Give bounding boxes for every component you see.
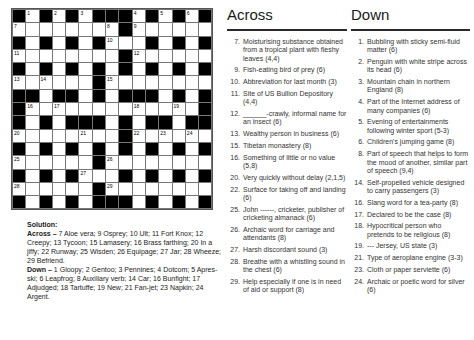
- clue-item-text: Breathe with a whistling sound in the ch…: [243, 258, 347, 275]
- black-cell: [40, 143, 52, 155]
- grid-cell[interactable]: 13: [13, 76, 25, 88]
- black-cell: [40, 116, 52, 128]
- black-cell: [146, 10, 158, 22]
- grid-cell[interactable]: 14: [40, 76, 52, 88]
- black-cell: [53, 90, 65, 102]
- grid-cell[interactable]: 27: [79, 170, 91, 182]
- black-cell: [199, 196, 211, 208]
- grid-cell[interactable]: [173, 50, 185, 62]
- clue-item: 14.Self-propelled vehicle designed to ca…: [351, 179, 470, 196]
- grid-cell[interactable]: 25: [13, 156, 25, 168]
- clue-item: 21.Type of aeroplane engine (3-3): [351, 254, 470, 262]
- black-cell: [13, 116, 25, 128]
- grid-cell[interactable]: [79, 103, 91, 115]
- grid-cell[interactable]: [133, 116, 145, 128]
- clue-item: 23.Cloth or paper serviette (6): [351, 266, 470, 274]
- grid-cell[interactable]: [186, 183, 198, 195]
- black-cell: [66, 170, 78, 182]
- solution-down: Down – 1 Gloopy; 2 Gentoo; 3 Pennines; 4…: [27, 265, 225, 301]
- clue-item-number: 10.: [227, 78, 240, 86]
- black-cell: [40, 63, 52, 75]
- black-cell: [199, 90, 211, 102]
- grid-cell[interactable]: [66, 76, 78, 88]
- clue-item-text: Penguin with white stripe across its hea…: [367, 58, 470, 75]
- grid-cell[interactable]: [186, 23, 198, 35]
- black-cell: [13, 103, 25, 115]
- clue-item-text: Mountain chain in northern England (8): [367, 78, 470, 95]
- black-cell: [79, 116, 91, 128]
- clue-item-number: 29.: [227, 278, 240, 295]
- black-cell: [146, 170, 158, 182]
- grid-cell[interactable]: [26, 50, 38, 62]
- grid-cell[interactable]: [53, 156, 65, 168]
- grid-cell[interactable]: [186, 63, 198, 75]
- black-cell: [199, 143, 211, 155]
- grid-cell[interactable]: [66, 156, 78, 168]
- clue-item: 11.Site of US Bullion Depository (4,4): [227, 90, 347, 107]
- clue-item-text: Something of little or no value (5,8): [243, 154, 347, 171]
- grid-cell[interactable]: [79, 63, 91, 75]
- grid-cell[interactable]: [159, 143, 171, 155]
- clue-item-text: Moisturising substance obtained from a t…: [243, 38, 347, 63]
- black-cell: [199, 103, 211, 115]
- across-clues-panel: Across 7.Moisturising substance obtained…: [227, 6, 347, 298]
- grid-cell[interactable]: [40, 90, 52, 102]
- grid-cell[interactable]: [106, 63, 118, 75]
- clue-number: 12: [134, 50, 140, 56]
- black-cell: [93, 183, 105, 195]
- clue-number: 9: [134, 23, 137, 29]
- grid-cell[interactable]: 22: [133, 130, 145, 142]
- clue-item-text: Fish-eating bird of prey (6): [243, 66, 347, 74]
- black-cell: [199, 10, 211, 22]
- clue-item: 24.Archaic or poetic word for silver (6): [351, 278, 470, 295]
- clue-item: 3.Mountain chain in northern England (8): [351, 78, 470, 95]
- black-cell: [93, 143, 105, 155]
- clue-item-text: Slang word for a tea-party (8): [367, 199, 470, 207]
- grid-cell[interactable]: [199, 23, 211, 35]
- clue-number: 5: [160, 10, 163, 16]
- grid-cell[interactable]: 24: [186, 130, 198, 142]
- grid-cell[interactable]: 18: [133, 103, 145, 115]
- grid-cell[interactable]: [26, 156, 38, 168]
- black-cell: [119, 143, 131, 155]
- grid-cell[interactable]: [106, 143, 118, 155]
- clue-number: 4: [134, 10, 137, 16]
- clue-number: 21: [80, 130, 86, 136]
- grid-cell[interactable]: [133, 143, 145, 155]
- clue-item-text: Hypocritical person who pretends to be r…: [367, 222, 470, 239]
- grid-cell[interactable]: [159, 103, 171, 115]
- clue-number: 10: [107, 37, 113, 43]
- down-clue-list: 1.Bubbling with sticky semi-fluid matter…: [351, 38, 470, 294]
- grid-cell[interactable]: 20: [13, 130, 25, 142]
- grid-cell[interactable]: [146, 50, 158, 62]
- grid-cell[interactable]: [79, 23, 91, 35]
- grid-cell[interactable]: [159, 170, 171, 182]
- black-cell: [40, 10, 52, 22]
- clue-number: 24: [187, 130, 193, 136]
- clue-item-text: Archaic or poetic word for silver (6): [367, 278, 470, 295]
- grid-cell[interactable]: [53, 76, 65, 88]
- grid-cell[interactable]: [26, 183, 38, 195]
- grid-cell[interactable]: [26, 63, 38, 75]
- grid-cell[interactable]: [199, 130, 211, 142]
- grid-cell[interactable]: [79, 156, 91, 168]
- grid-cell[interactable]: [199, 50, 211, 62]
- clue-item-number: 28.: [227, 258, 240, 275]
- black-cell: [119, 50, 131, 62]
- clue-item: 12.______-crawly, informal name for an i…: [227, 110, 347, 127]
- grid-cell[interactable]: [119, 76, 131, 88]
- clue-number: 22: [134, 130, 140, 136]
- black-cell: [173, 170, 185, 182]
- clue-item-text: Surface for taking off and landing (6): [243, 186, 347, 203]
- clue-item-text: Archaic word for carriage and attendants…: [243, 226, 347, 243]
- solution-down-text: 1 Gloopy; 2 Gentoo; 3 Pennines; 4 Dotcom…: [27, 266, 217, 300]
- clue-item-text: Harsh discordant sound (3): [243, 246, 347, 254]
- grid-cell[interactable]: [66, 130, 78, 142]
- grid-cell[interactable]: [26, 196, 38, 208]
- clue-item: 22.Surface for taking off and landing (6…: [227, 186, 347, 203]
- grid-cell[interactable]: [133, 76, 145, 88]
- black-cell: [93, 196, 105, 208]
- clue-item: 5.Evening of entertainments following wi…: [351, 118, 470, 135]
- clue-item-text: Very quickly without delay (2,1,5): [243, 174, 347, 182]
- black-cell: [119, 63, 131, 75]
- grid-cell[interactable]: [79, 196, 91, 208]
- clue-item: 2.Penguin with white stripe across its h…: [351, 58, 470, 75]
- clue-item-number: 23.: [351, 266, 364, 274]
- grid-cell[interactable]: 6: [186, 10, 198, 22]
- across-heading: Across: [227, 6, 347, 31]
- grid-cell[interactable]: 12: [133, 50, 145, 62]
- clue-item-number: 9.: [227, 66, 240, 74]
- clue-item-number: 19.: [351, 242, 364, 250]
- black-cell: [146, 143, 158, 155]
- grid-cell[interactable]: [186, 76, 198, 88]
- clue-item: 19.--- Jersey, US state (3): [351, 242, 470, 250]
- grid-cell[interactable]: [106, 90, 118, 102]
- grid-cell[interactable]: [186, 156, 198, 168]
- grid-cell[interactable]: [119, 37, 131, 49]
- grid-cell[interactable]: [146, 23, 158, 35]
- black-cell: [13, 63, 25, 75]
- black-cell: [13, 37, 25, 49]
- grid-cell[interactable]: 11: [13, 50, 25, 62]
- black-cell: [173, 90, 185, 102]
- grid-cell[interactable]: [186, 50, 198, 62]
- grid-cell[interactable]: [173, 183, 185, 195]
- clue-number: 25: [14, 156, 20, 162]
- clue-item: 1.Bubbling with sticky semi-fluid matter…: [351, 38, 470, 55]
- clue-number: 18: [134, 103, 140, 109]
- grid-cell[interactable]: [26, 37, 38, 49]
- grid-cell[interactable]: [159, 63, 171, 75]
- clue-number: 15: [107, 76, 113, 82]
- grid-cell[interactable]: [146, 130, 158, 142]
- grid-cell[interactable]: [119, 183, 131, 195]
- grid-cell[interactable]: [26, 116, 38, 128]
- black-cell: [93, 37, 105, 49]
- grid-cell[interactable]: [106, 170, 118, 182]
- grid-cell[interactable]: 19: [173, 103, 185, 115]
- clue-item-number: 24.: [351, 278, 364, 295]
- black-cell: [133, 90, 145, 102]
- black-cell: [93, 63, 105, 75]
- grid-cell[interactable]: [133, 196, 145, 208]
- clue-number: 14: [41, 76, 47, 82]
- grid-cell[interactable]: 17: [53, 103, 65, 115]
- grid-cell[interactable]: [146, 156, 158, 168]
- grid-cell[interactable]: [79, 143, 91, 155]
- black-cell: [13, 10, 25, 22]
- clue-item: 27.Harsh discordant sound (3): [227, 246, 347, 254]
- grid-cell[interactable]: 16: [26, 103, 38, 115]
- black-cell: [66, 37, 78, 49]
- solution-block: Solution: Across – 7 Aloe vera; 9 Osprey…: [27, 220, 225, 301]
- grid-cell[interactable]: [66, 103, 78, 115]
- black-cell: [199, 116, 211, 128]
- grid-cell[interactable]: [173, 156, 185, 168]
- grid-cell[interactable]: [159, 196, 171, 208]
- clue-number: 7: [14, 23, 17, 29]
- grid-cell[interactable]: [186, 170, 198, 182]
- grid-cell[interactable]: [173, 23, 185, 35]
- grid-cell[interactable]: [146, 76, 158, 88]
- grid-cell[interactable]: 23: [159, 130, 171, 142]
- clue-item-text: Help especially if one is in need of aid…: [243, 278, 347, 295]
- black-cell: [66, 63, 78, 75]
- grid-cell[interactable]: [53, 183, 65, 195]
- grid-cell[interactable]: [186, 196, 198, 208]
- grid-cell[interactable]: 26: [106, 156, 118, 168]
- black-cell: [159, 116, 171, 128]
- clue-item-text: Bubbling with sticky semi-fluid matter (…: [367, 38, 470, 55]
- clue-item: 20.Very quickly without delay (2,1,5): [227, 174, 347, 182]
- grid-cell[interactable]: 8: [106, 23, 118, 35]
- black-cell: [13, 196, 25, 208]
- grid-cell[interactable]: 28: [13, 183, 25, 195]
- grid-cell[interactable]: [106, 130, 118, 142]
- black-cell: [40, 196, 52, 208]
- grid-cell[interactable]: [79, 50, 91, 62]
- clue-item: 9.Fish-eating bird of prey (6): [227, 66, 347, 74]
- grid-cell[interactable]: [53, 63, 65, 75]
- clue-item-text: Evening of entertainments following wint…: [367, 118, 470, 135]
- clue-item: 15.Tibetan monastery (8): [227, 142, 347, 150]
- grid-cell[interactable]: [173, 116, 185, 128]
- grid-cell[interactable]: [133, 37, 145, 49]
- clue-item-text: --- Jersey, US state (3): [367, 242, 470, 250]
- grid-cell[interactable]: 9: [133, 23, 145, 35]
- clue-item-number: 16.: [351, 199, 364, 207]
- grid-cell[interactable]: [93, 103, 105, 115]
- black-cell: [199, 63, 211, 75]
- grid-cell[interactable]: [119, 156, 131, 168]
- grid-cell[interactable]: [40, 183, 52, 195]
- grid-cell[interactable]: [53, 130, 65, 142]
- clue-item: 16.Slang word for a tea-party (8): [351, 199, 470, 207]
- black-cell: [66, 10, 78, 22]
- clue-item: 13.Wealthy person in business (6): [227, 130, 347, 138]
- grid-cell[interactable]: [106, 103, 118, 115]
- black-cell: [13, 143, 25, 155]
- grid-cell[interactable]: [53, 37, 65, 49]
- grid-cell[interactable]: [159, 183, 171, 195]
- grid-cell[interactable]: 1: [26, 10, 38, 22]
- grid-cell[interactable]: [199, 183, 211, 195]
- clue-item-text: Part of the Internet address of many com…: [367, 98, 470, 115]
- grid-cell[interactable]: [133, 156, 145, 168]
- grid-cell[interactable]: 7: [13, 23, 25, 35]
- grid-cell[interactable]: [26, 23, 38, 35]
- clue-item-number: 18.: [351, 222, 364, 239]
- grid-cell[interactable]: [40, 23, 52, 35]
- black-cell: [106, 10, 118, 22]
- black-cell: [13, 170, 25, 182]
- grid-cell[interactable]: [159, 50, 171, 62]
- black-cell: [66, 90, 78, 102]
- grid-cell[interactable]: 15: [106, 76, 118, 88]
- grid-cell[interactable]: [53, 116, 65, 128]
- grid-cell[interactable]: 21: [79, 130, 91, 142]
- grid-cell[interactable]: [93, 23, 105, 35]
- solution-across-label: Across –: [27, 230, 59, 237]
- grid-cell[interactable]: [79, 37, 91, 49]
- grid-cell[interactable]: [133, 170, 145, 182]
- grid-cell[interactable]: [26, 143, 38, 155]
- grid-cell[interactable]: [79, 90, 91, 102]
- grid-cell[interactable]: [119, 103, 131, 115]
- black-cell: [40, 37, 52, 49]
- grid-cell[interactable]: [93, 130, 105, 142]
- grid-cell[interactable]: 10: [106, 37, 118, 49]
- clue-number: 17: [54, 103, 60, 109]
- black-cell: [146, 90, 158, 102]
- grid-cell[interactable]: [53, 170, 65, 182]
- clue-number: 13: [14, 76, 20, 82]
- black-cell: [146, 63, 158, 75]
- grid-cell[interactable]: [186, 103, 198, 115]
- clue-item-text: Declared to be the case (8): [367, 211, 470, 219]
- grid-cell[interactable]: [106, 116, 118, 128]
- black-cell: [119, 130, 131, 142]
- grid-cell[interactable]: [146, 183, 158, 195]
- grid-cell[interactable]: [199, 76, 211, 88]
- black-cell: [93, 116, 105, 128]
- clue-item: 29.Help especially if one is in need of …: [227, 278, 347, 295]
- grid-cell[interactable]: [186, 90, 198, 102]
- grid-cell[interactable]: 3: [79, 10, 91, 22]
- down-heading: Down: [351, 6, 470, 31]
- grid-cell[interactable]: 29: [106, 183, 118, 195]
- clue-item: 25.John ------, cricketer, publisher of …: [227, 206, 347, 223]
- grid-cell[interactable]: [133, 183, 145, 195]
- grid-cell[interactable]: [79, 183, 91, 195]
- grid-cell[interactable]: 2: [53, 10, 65, 22]
- clue-item-text: Cloth or paper serviette (6): [367, 266, 470, 274]
- clue-item: 17.Declared to be the case (8): [351, 211, 470, 219]
- grid-cell[interactable]: [159, 90, 171, 102]
- black-cell: [146, 116, 158, 128]
- grid-cell[interactable]: [186, 143, 198, 155]
- black-cell: [106, 196, 118, 208]
- grid-cell[interactable]: [40, 156, 52, 168]
- clue-number: 16: [27, 103, 33, 109]
- black-cell: [173, 143, 185, 155]
- grid-cell[interactable]: [66, 23, 78, 35]
- black-cell: [40, 170, 52, 182]
- grid-cell[interactable]: [159, 156, 171, 168]
- grid-cell[interactable]: [93, 170, 105, 182]
- black-cell: [26, 90, 38, 102]
- clue-item-number: 1.: [351, 38, 364, 55]
- grid-cell[interactable]: [26, 76, 38, 88]
- down-clues-panel: Down 1.Bubbling with sticky semi-fluid m…: [351, 6, 470, 298]
- grid-cell[interactable]: 4: [133, 10, 145, 22]
- grid-cell[interactable]: [173, 76, 185, 88]
- grid-cell[interactable]: [40, 130, 52, 142]
- clue-item-text: ______-crawly, informal name for an inse…: [243, 110, 347, 127]
- grid-cell[interactable]: [146, 103, 158, 115]
- grid-cell[interactable]: [66, 50, 78, 62]
- grid-cell[interactable]: 5: [159, 10, 171, 22]
- grid-cell[interactable]: [53, 143, 65, 155]
- grid-cell[interactable]: [173, 130, 185, 142]
- grid-cell[interactable]: [79, 76, 91, 88]
- grid-cell[interactable]: [53, 196, 65, 208]
- clue-number: 6: [187, 10, 190, 16]
- black-cell: [13, 90, 25, 102]
- grid-cell[interactable]: [159, 37, 171, 49]
- black-cell: [173, 37, 185, 49]
- black-cell: [119, 23, 131, 35]
- black-cell: [119, 116, 131, 128]
- black-cell: [173, 10, 185, 22]
- grid-cell[interactable]: [26, 170, 38, 182]
- black-cell: [66, 196, 78, 208]
- clue-item: 8.Part of speech that helps to form the …: [351, 150, 470, 175]
- clue-item-number: 11.: [227, 90, 240, 107]
- grid-cell[interactable]: [186, 37, 198, 49]
- grid-cell[interactable]: [106, 50, 118, 62]
- clue-item-number: 8.: [351, 150, 364, 175]
- black-cell: [93, 90, 105, 102]
- black-cell: [199, 37, 211, 49]
- clue-item-number: 13.: [227, 130, 240, 138]
- grid-cell[interactable]: [159, 23, 171, 35]
- clue-item: 18.Hypocritical person who pretends to b…: [351, 222, 470, 239]
- clue-number: 2: [54, 10, 57, 16]
- grid-cell[interactable]: [53, 50, 65, 62]
- grid-cell[interactable]: [199, 156, 211, 168]
- clue-number: 1: [27, 10, 30, 16]
- grid-cell[interactable]: [133, 63, 145, 75]
- black-cell: [93, 10, 105, 22]
- grid-cell[interactable]: [53, 23, 65, 35]
- grid-cell[interactable]: [26, 130, 38, 142]
- grid-cell[interactable]: [40, 103, 52, 115]
- clue-item-number: 21.: [351, 254, 364, 262]
- grid-cell[interactable]: [159, 76, 171, 88]
- grid-cell[interactable]: [66, 183, 78, 195]
- clue-number: 3: [80, 10, 83, 16]
- clue-number: 8: [107, 23, 110, 29]
- grid-cell[interactable]: [40, 50, 52, 62]
- grid-cell[interactable]: [93, 50, 105, 62]
- clue-item-number: 12.: [227, 110, 240, 127]
